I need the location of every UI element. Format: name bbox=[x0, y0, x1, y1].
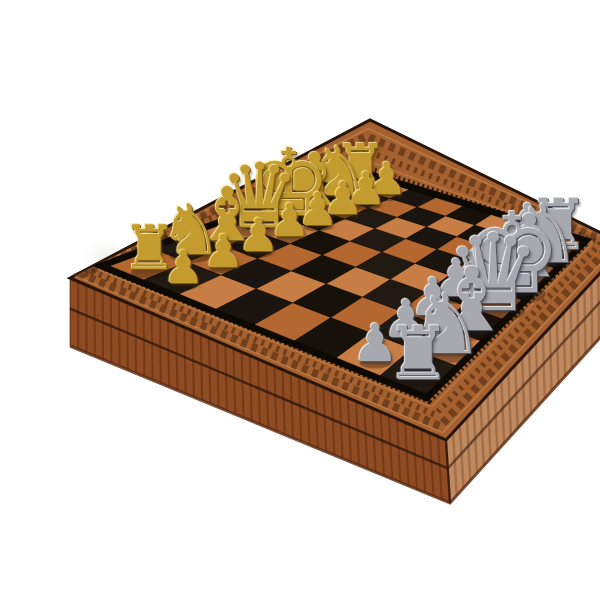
piece-shadow bbox=[441, 293, 472, 303]
piece-shadow bbox=[304, 223, 331, 232]
carving-rib bbox=[144, 310, 145, 377]
carving-rib bbox=[176, 324, 177, 391]
carving-rib bbox=[557, 320, 559, 384]
piece-shadow bbox=[397, 373, 441, 388]
piece-shadow bbox=[245, 249, 273, 258]
piece-shadow bbox=[497, 248, 527, 258]
carving-rib bbox=[598, 275, 599, 339]
piece-shadow bbox=[373, 192, 400, 201]
carving-rib bbox=[584, 290, 585, 354]
piece-shadow bbox=[276, 235, 304, 244]
carving-rib bbox=[119, 299, 120, 366]
chess-set-photo: ♜♟♞♟♝♟♚♟♛♟♟♝♜♟♟♞♞♟♟♜♝♟♟♚♟♛♟♝♟♞♟♜ bbox=[40, 16, 600, 600]
piece-shadow bbox=[170, 249, 212, 263]
carving-rib bbox=[201, 334, 202, 400]
carving-rib bbox=[127, 303, 128, 370]
carving-rib bbox=[550, 328, 552, 392]
piece-shadow bbox=[170, 281, 198, 290]
carving-rib bbox=[571, 305, 572, 369]
carving-rib bbox=[564, 313, 565, 377]
piece-shadow bbox=[205, 234, 249, 249]
piece-shadow bbox=[462, 277, 493, 287]
carving-rib bbox=[578, 298, 579, 362]
piece-shadow bbox=[390, 334, 421, 344]
piece-shadow bbox=[445, 323, 498, 341]
piece-shadow bbox=[233, 220, 287, 238]
piece-shadow bbox=[417, 312, 448, 322]
piece-shadow bbox=[329, 211, 356, 220]
piece-shadow bbox=[352, 201, 379, 210]
piece-shadow bbox=[360, 358, 391, 368]
carving-rib bbox=[152, 313, 153, 380]
piece-shadow bbox=[209, 264, 237, 273]
carving-rib bbox=[168, 320, 169, 387]
carving-rib bbox=[184, 327, 185, 393]
carving-rib bbox=[193, 331, 194, 397]
piece-shadow bbox=[480, 262, 511, 272]
carving-rib bbox=[160, 317, 161, 384]
piece-shadow bbox=[131, 266, 168, 278]
piece-shadow bbox=[461, 301, 525, 322]
carving-rib bbox=[135, 306, 136, 373]
carving-rib bbox=[591, 283, 592, 347]
board-box bbox=[40, 16, 600, 600]
piece-shadow bbox=[422, 346, 472, 363]
piece-shadow bbox=[513, 236, 543, 246]
